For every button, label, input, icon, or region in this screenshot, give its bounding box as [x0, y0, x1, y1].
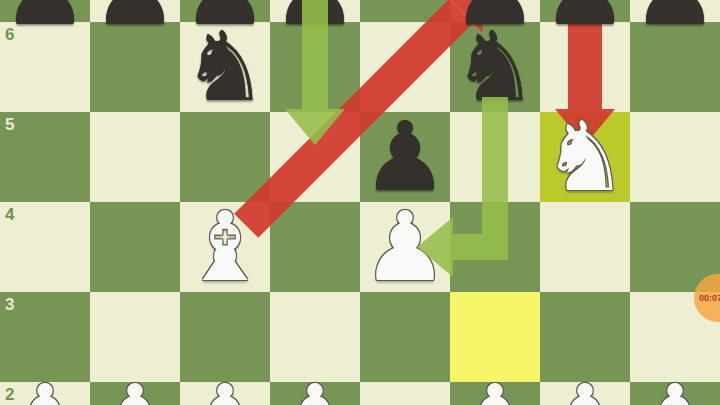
piece-white-pawn-d2[interactable]: ♟ — [270, 375, 360, 405]
piece-white-pawn-a2[interactable]: ♟ — [0, 375, 90, 405]
square-c5[interactable] — [180, 112, 270, 202]
timer-text: 00:07 — [699, 293, 720, 303]
piece-white-pawn-g2[interactable]: ♟ — [540, 375, 630, 405]
piece-white-pawn-h2[interactable]: ♟ — [630, 375, 720, 405]
piece-white-pawn-c2[interactable]: ♟ — [180, 375, 270, 405]
piece-black-pawn-a7[interactable]: ♟ — [0, 0, 90, 36]
rank-label-3: 3 — [5, 296, 14, 313]
piece-black-knight-c6[interactable]: ♞ — [180, 22, 270, 112]
square-e2[interactable] — [360, 382, 450, 405]
rank-label-4: 4 — [5, 206, 14, 223]
piece-white-pawn-e4[interactable]: ♟ — [360, 202, 450, 292]
piece-black-pawn-g7[interactable]: ♟ — [540, 0, 630, 36]
square-h5[interactable] — [630, 112, 720, 202]
piece-black-pawn-b7[interactable]: ♟ — [90, 0, 180, 36]
screen: 00:07 65432♟♟♟♟♟♟♟♞♞♟♞♝♟♟♟♟♟♟♟♟ — [0, 0, 720, 405]
square-e6[interactable] — [360, 22, 450, 112]
piece-black-pawn-d7[interactable]: ♟ — [270, 0, 360, 36]
piece-black-pawn-h7[interactable]: ♟ — [630, 0, 720, 36]
square-b4[interactable] — [90, 202, 180, 292]
square-e7[interactable] — [360, 0, 450, 22]
rank-label-5: 5 — [5, 116, 14, 133]
square-d5[interactable] — [270, 112, 360, 202]
piece-white-bishop-c4[interactable]: ♝ — [180, 202, 270, 292]
piece-white-knight-g5[interactable]: ♞ — [540, 112, 630, 202]
square-g4[interactable] — [540, 202, 630, 292]
square-f5[interactable] — [450, 112, 540, 202]
piece-white-pawn-f2[interactable]: ♟ — [450, 375, 540, 405]
piece-white-pawn-b2[interactable]: ♟ — [90, 375, 180, 405]
square-e3[interactable] — [360, 292, 450, 382]
square-b5[interactable] — [90, 112, 180, 202]
square-f4[interactable] — [450, 202, 540, 292]
square-d4[interactable] — [270, 202, 360, 292]
piece-black-pawn-e5[interactable]: ♟ — [360, 112, 450, 202]
piece-black-knight-f6[interactable]: ♞ — [450, 22, 540, 112]
